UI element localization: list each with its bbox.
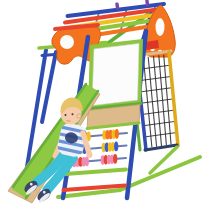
toddler-hand: [87, 152, 93, 158]
panel-hole: [156, 18, 165, 36]
rung-green: [65, 170, 126, 175]
toddler-eye: [72, 113, 74, 115]
toddler-eye: [65, 114, 67, 116]
toddler-ear: [77, 114, 81, 118]
product-photo: [0, 0, 215, 215]
panel-hole: [60, 35, 74, 49]
play-gym-illustration: [0, 0, 215, 215]
